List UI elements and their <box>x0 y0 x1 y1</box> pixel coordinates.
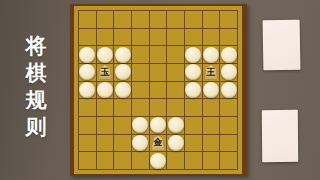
board-cell <box>185 29 202 46</box>
title-char: 棋 <box>26 62 47 84</box>
board-cell <box>203 135 220 152</box>
white-disc <box>79 47 95 63</box>
board-cell <box>97 29 114 46</box>
shogi-piece-kin-gold: 金 <box>152 136 164 150</box>
white-disc <box>97 82 113 98</box>
shogi-board: 玉王金 <box>70 4 247 176</box>
board-cell <box>220 64 237 81</box>
board-cell <box>150 152 167 169</box>
board-cell <box>79 29 96 46</box>
white-disc <box>185 64 201 80</box>
white-disc <box>115 64 131 80</box>
title-vertical: 将 棋 规 则 <box>23 35 49 138</box>
board-cell <box>114 152 131 169</box>
board-cell <box>114 46 131 63</box>
board-cell <box>150 82 167 99</box>
board-cell <box>79 64 96 81</box>
title-char: 规 <box>26 89 47 111</box>
board-cell <box>97 11 114 28</box>
board-cell <box>167 29 184 46</box>
board-cell <box>185 64 202 81</box>
board-cell <box>79 152 96 169</box>
board-cell <box>167 152 184 169</box>
board-cell <box>220 152 237 169</box>
white-disc <box>221 82 237 98</box>
white-disc <box>115 47 131 63</box>
board-cell <box>97 135 114 152</box>
board-cell <box>79 117 96 134</box>
board-cell <box>220 135 237 152</box>
board-cell <box>167 11 184 28</box>
board-cell <box>97 152 114 169</box>
board-cell <box>132 99 149 116</box>
title-char: 将 <box>26 35 47 57</box>
white-disc <box>79 82 95 98</box>
white-disc <box>221 64 237 80</box>
white-disc <box>150 117 166 133</box>
board-cell <box>203 99 220 116</box>
board-cell <box>79 99 96 116</box>
white-disc <box>168 117 184 133</box>
white-disc <box>115 82 131 98</box>
board-cell: 玉 <box>97 64 114 81</box>
board-cell <box>150 64 167 81</box>
white-disc <box>132 135 148 151</box>
blank-card-bottom <box>262 110 298 162</box>
video-frame: 将 棋 规 则 玉王金 <box>0 0 320 180</box>
white-disc <box>221 47 237 63</box>
board-cell <box>167 82 184 99</box>
white-disc <box>132 117 148 133</box>
board-cell <box>220 46 237 63</box>
white-disc <box>185 47 201 63</box>
board-cell <box>114 64 131 81</box>
white-disc <box>150 153 166 169</box>
board-cell <box>97 82 114 99</box>
white-disc <box>185 82 201 98</box>
board-cell <box>150 99 167 116</box>
board-cell <box>203 11 220 28</box>
board-cell <box>132 117 149 134</box>
board-cell <box>114 135 131 152</box>
board-cell <box>185 82 202 99</box>
board-cell <box>114 117 131 134</box>
board-cell <box>185 152 202 169</box>
board-cell <box>79 11 96 28</box>
board-cell <box>114 99 131 116</box>
board-cell <box>79 135 96 152</box>
board-cell <box>150 11 167 28</box>
board-cell: 金 <box>150 135 167 152</box>
board-cell <box>220 82 237 99</box>
board-cell <box>203 29 220 46</box>
board-cell <box>132 29 149 46</box>
board-cell <box>79 82 96 99</box>
board-cell <box>220 117 237 134</box>
board-cell <box>132 11 149 28</box>
shogi-piece-gyoku-king: 玉 <box>99 65 111 79</box>
board-cell <box>150 29 167 46</box>
board-cell <box>203 152 220 169</box>
white-disc <box>97 47 113 63</box>
board-cell: 王 <box>203 64 220 81</box>
board-cell <box>185 99 202 116</box>
board-cell <box>132 82 149 99</box>
board-cell <box>220 29 237 46</box>
board-cell <box>97 117 114 134</box>
board-cell <box>220 99 237 116</box>
board-cell <box>114 82 131 99</box>
board-cell <box>97 46 114 63</box>
board-cell <box>185 135 202 152</box>
board-cell <box>185 11 202 28</box>
board-cell <box>167 99 184 116</box>
board-cell <box>203 82 220 99</box>
board-cell <box>167 46 184 63</box>
board-cell <box>79 46 96 63</box>
board-cell <box>132 152 149 169</box>
white-disc <box>203 47 219 63</box>
board-cell <box>114 11 131 28</box>
board-cell <box>185 46 202 63</box>
board-cell <box>114 29 131 46</box>
board-cell <box>150 46 167 63</box>
board-cell <box>97 99 114 116</box>
board-cell <box>220 11 237 28</box>
board-cell <box>132 46 149 63</box>
board-cell <box>167 117 184 134</box>
board-cell <box>167 135 184 152</box>
board-grid: 玉王金 <box>78 10 238 170</box>
board-cell <box>132 135 149 152</box>
board-cell <box>185 117 202 134</box>
board-cell <box>132 64 149 81</box>
white-disc <box>79 64 95 80</box>
board-cell <box>203 117 220 134</box>
title-char: 则 <box>26 116 47 138</box>
blank-card-top <box>263 20 301 71</box>
board-cell <box>203 46 220 63</box>
board-cell <box>150 117 167 134</box>
white-disc <box>203 82 219 98</box>
shogi-piece-ou-king: 王 <box>205 65 217 79</box>
white-disc <box>168 135 184 151</box>
board-cell <box>167 64 184 81</box>
